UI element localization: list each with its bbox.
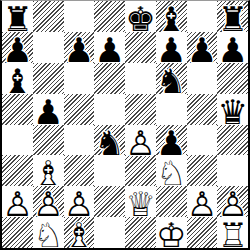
piece-white-pawn[interactable]: ♟♙ [64, 186, 95, 217]
square-f1[interactable]: ♚♔ [156, 217, 187, 248]
square-c1[interactable]: ♝♗ [64, 217, 95, 248]
square-b2[interactable]: ♟♙ [33, 186, 64, 217]
piece-halo: ♞ [33, 218, 63, 250]
piece-white-bishop[interactable]: ♝♗ [33, 155, 64, 186]
square-h7[interactable]: ♟♟ [217, 32, 248, 63]
piece-black-king[interactable]: ♚♚ [125, 1, 156, 32]
square-f8[interactable]: ♝♝ [156, 1, 187, 32]
piece-black-pawn[interactable]: ♟♟ [2, 32, 33, 63]
piece-halo: ♟ [125, 126, 155, 160]
piece-glyph: ♙ [187, 187, 217, 221]
square-e6[interactable] [125, 63, 156, 94]
piece-halo: ♞ [156, 64, 186, 98]
piece-white-pawn[interactable]: ♟♙ [125, 125, 156, 156]
square-f7[interactable]: ♟♟ [156, 32, 187, 63]
piece-glyph: ♘ [33, 218, 63, 250]
piece-white-pawn[interactable]: ♟♙ [33, 186, 64, 217]
square-g7[interactable]: ♟♟ [187, 32, 218, 63]
piece-halo: ♛ [125, 187, 155, 221]
piece-halo: ♜ [217, 218, 247, 250]
square-b3[interactable]: ♝♗ [33, 155, 64, 186]
piece-halo: ♟ [217, 33, 247, 67]
piece-black-knight[interactable]: ♞♞ [156, 63, 187, 94]
square-d5[interactable] [94, 94, 125, 125]
piece-glyph: ♟ [187, 33, 217, 67]
piece-glyph: ♟ [217, 33, 247, 67]
square-c4[interactable] [64, 125, 95, 156]
piece-black-knight[interactable]: ♞♞ [94, 125, 125, 156]
square-h1[interactable]: ♜♖ [217, 217, 248, 248]
piece-glyph: ♗ [64, 218, 94, 250]
piece-glyph: ♕ [125, 187, 155, 221]
square-d4[interactable]: ♞♞ [94, 125, 125, 156]
square-g8[interactable] [187, 1, 218, 32]
piece-white-bishop[interactable]: ♝♗ [64, 217, 95, 248]
piece-white-knight[interactable]: ♞♘ [33, 217, 64, 248]
piece-glyph: ♟ [64, 33, 94, 67]
square-h5[interactable]: ♛♛ [217, 94, 248, 125]
square-b8[interactable] [33, 1, 64, 32]
square-g4[interactable] [187, 125, 218, 156]
square-a7[interactable]: ♟♟ [2, 32, 33, 63]
piece-glyph: ♛ [217, 95, 247, 129]
square-a1[interactable] [2, 217, 33, 248]
piece-halo: ♟ [64, 33, 94, 67]
piece-black-pawn[interactable]: ♟♟ [64, 32, 95, 63]
piece-glyph: ♝ [2, 64, 32, 98]
square-a4[interactable] [2, 125, 33, 156]
piece-glyph: ♞ [156, 64, 186, 98]
square-g2[interactable]: ♟♙ [187, 186, 218, 217]
piece-halo: ♟ [94, 33, 124, 67]
piece-glyph: ♚ [125, 2, 155, 36]
square-d3[interactable] [94, 155, 125, 186]
piece-halo: ♝ [2, 64, 32, 98]
square-e5[interactable] [125, 94, 156, 125]
square-f6[interactable]: ♞♞ [156, 63, 187, 94]
square-h6[interactable] [217, 63, 248, 94]
square-g1[interactable] [187, 217, 218, 248]
piece-white-king[interactable]: ♚♔ [156, 217, 187, 248]
piece-black-pawn[interactable]: ♟♟ [217, 32, 248, 63]
piece-black-pawn[interactable]: ♟♟ [94, 32, 125, 63]
square-d1[interactable] [94, 217, 125, 248]
piece-glyph: ♘ [156, 156, 186, 190]
piece-glyph: ♙ [2, 187, 32, 221]
piece-black-pawn[interactable]: ♟♟ [187, 32, 218, 63]
piece-black-pawn[interactable]: ♟♟ [156, 32, 187, 63]
square-c5[interactable] [64, 94, 95, 125]
square-f4[interactable]: ♟♟ [156, 125, 187, 156]
square-f2[interactable] [156, 186, 187, 217]
square-d6[interactable] [94, 63, 125, 94]
piece-halo: ♚ [125, 2, 155, 36]
square-a6[interactable]: ♝♝ [2, 63, 33, 94]
piece-white-pawn[interactable]: ♟♙ [217, 186, 248, 217]
square-f5[interactable] [156, 94, 187, 125]
square-a8[interactable]: ♜♜ [2, 1, 33, 32]
square-h8[interactable]: ♜♜ [217, 1, 248, 32]
square-a5[interactable] [2, 94, 33, 125]
piece-glyph: ♖ [217, 218, 247, 250]
square-c6[interactable] [64, 63, 95, 94]
chess-board: ♜♜♚♚♝♝♜♜♟♟♟♟♟♟♟♟♟♟♟♟♝♝♞♞♟♟♛♛♞♞♟♙♟♟♝♗♞♘♟♙… [0, 0, 250, 250]
square-c7[interactable]: ♟♟ [64, 32, 95, 63]
square-h2[interactable]: ♟♙ [217, 186, 248, 217]
piece-halo: ♝ [64, 218, 94, 250]
piece-halo: ♟ [187, 33, 217, 67]
piece-glyph: ♟ [33, 95, 63, 129]
piece-black-pawn[interactable]: ♟♟ [156, 125, 187, 156]
square-c8[interactable] [64, 1, 95, 32]
piece-halo: ♟ [2, 187, 32, 221]
square-e1[interactable] [125, 217, 156, 248]
square-a3[interactable] [2, 155, 33, 186]
piece-glyph: ♟ [94, 33, 124, 67]
square-e8[interactable]: ♚♚ [125, 1, 156, 32]
square-b5[interactable]: ♟♟ [33, 94, 64, 125]
piece-halo: ♟ [33, 95, 63, 129]
square-a2[interactable]: ♟♙ [2, 186, 33, 217]
square-d7[interactable]: ♟♟ [94, 32, 125, 63]
square-d8[interactable] [94, 1, 125, 32]
piece-black-rook[interactable]: ♜♜ [217, 1, 248, 32]
piece-black-pawn[interactable]: ♟♟ [33, 94, 64, 125]
piece-halo: ♛ [217, 95, 247, 129]
square-e3[interactable] [125, 155, 156, 186]
square-e4[interactable]: ♟♙ [125, 125, 156, 156]
piece-halo: ♟ [187, 187, 217, 221]
square-e7[interactable] [125, 32, 156, 63]
square-e2[interactable]: ♛♕ [125, 186, 156, 217]
piece-white-pawn[interactable]: ♟♙ [187, 186, 218, 217]
piece-white-pawn[interactable]: ♟♙ [2, 186, 33, 217]
square-d2[interactable] [94, 186, 125, 217]
piece-black-rook[interactable]: ♜♜ [2, 1, 33, 32]
square-c3[interactable] [64, 155, 95, 186]
square-b1[interactable]: ♞♘ [33, 217, 64, 248]
square-b6[interactable] [33, 63, 64, 94]
piece-black-bishop[interactable]: ♝♝ [156, 1, 187, 32]
piece-halo: ♞ [94, 126, 124, 160]
square-c2[interactable]: ♟♙ [64, 186, 95, 217]
square-g5[interactable] [187, 94, 218, 125]
piece-glyph: ♞ [94, 126, 124, 160]
piece-white-rook[interactable]: ♜♖ [217, 217, 248, 248]
piece-white-queen[interactable]: ♛♕ [125, 186, 156, 217]
piece-glyph: ♔ [156, 218, 186, 250]
piece-halo: ♚ [156, 218, 186, 250]
square-f3[interactable]: ♞♘ [156, 155, 187, 186]
square-h4[interactable] [217, 125, 248, 156]
square-g6[interactable] [187, 63, 218, 94]
square-b7[interactable] [33, 32, 64, 63]
piece-black-queen[interactable]: ♛♛ [217, 94, 248, 125]
square-g3[interactable] [187, 155, 218, 186]
piece-halo: ♞ [156, 156, 186, 190]
piece-glyph: ♙ [125, 126, 155, 160]
piece-black-bishop[interactable]: ♝♝ [2, 63, 33, 94]
square-h3[interactable] [217, 155, 248, 186]
square-b4[interactable] [33, 125, 64, 156]
piece-white-knight[interactable]: ♞♘ [156, 155, 187, 186]
